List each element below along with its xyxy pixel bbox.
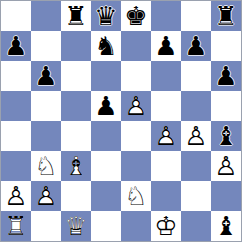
square-h5[interactable] [211, 91, 241, 121]
black-pawn[interactable]: ♟ [211, 61, 241, 91]
square-b5[interactable] [31, 91, 61, 121]
square-e6[interactable] [121, 61, 151, 91]
white-king-outline: ♔ [151, 211, 181, 241]
square-b3[interactable]: ♞♘ [31, 151, 61, 181]
square-h4[interactable]: ♝ [211, 121, 241, 151]
square-b7[interactable] [31, 31, 61, 61]
square-f5[interactable] [151, 91, 181, 121]
white-pawn[interactable]: ♟♙ [211, 151, 241, 181]
square-c3[interactable]: ♝♗ [61, 151, 91, 181]
square-a6[interactable] [1, 61, 31, 91]
square-e8[interactable]: ♚ [121, 1, 151, 31]
white-pawn-outline: ♙ [31, 181, 61, 211]
square-a3[interactable] [1, 151, 31, 181]
square-h1[interactable]: ♝ [211, 211, 241, 241]
square-a8[interactable] [1, 1, 31, 31]
white-rook-outline: ♖ [1, 211, 31, 241]
square-f3[interactable] [151, 151, 181, 181]
black-pawn[interactable]: ♟ [151, 31, 181, 61]
square-a4[interactable] [1, 121, 31, 151]
square-f2[interactable] [151, 181, 181, 211]
black-pawn-glyph: ♟ [211, 61, 241, 91]
black-king-glyph: ♚ [121, 1, 151, 31]
black-rook-glyph: ♜ [211, 1, 241, 31]
white-knight-outline: ♘ [121, 181, 151, 211]
square-f6[interactable] [151, 61, 181, 91]
square-d4[interactable] [91, 121, 121, 151]
black-pawn[interactable]: ♟ [91, 91, 121, 121]
black-rook[interactable]: ♜ [211, 1, 241, 31]
square-d1[interactable] [91, 211, 121, 241]
square-f8[interactable] [151, 1, 181, 31]
white-knight[interactable]: ♞♘ [31, 151, 61, 181]
square-d6[interactable] [91, 61, 121, 91]
square-b2[interactable]: ♟♙ [31, 181, 61, 211]
square-h8[interactable]: ♜ [211, 1, 241, 31]
square-b1[interactable] [31, 211, 61, 241]
square-g5[interactable] [181, 91, 211, 121]
square-g6[interactable] [181, 61, 211, 91]
square-g1[interactable] [181, 211, 211, 241]
black-rook-glyph: ♜ [61, 1, 91, 31]
black-pawn-glyph: ♟ [151, 31, 181, 61]
square-h6[interactable]: ♟ [211, 61, 241, 91]
square-g2[interactable] [181, 181, 211, 211]
white-pawn[interactable]: ♟♙ [121, 91, 151, 121]
white-queen-outline: ♕ [61, 211, 91, 241]
square-d7[interactable]: ♞ [91, 31, 121, 61]
black-pawn[interactable]: ♟ [1, 31, 31, 61]
square-c8[interactable]: ♜ [61, 1, 91, 31]
square-e3[interactable] [121, 151, 151, 181]
white-pawn[interactable]: ♟♙ [31, 181, 61, 211]
square-d3[interactable] [91, 151, 121, 181]
square-d8[interactable]: ♛ [91, 1, 121, 31]
white-pawn[interactable]: ♟♙ [151, 121, 181, 151]
square-c5[interactable] [61, 91, 91, 121]
square-h3[interactable]: ♟♙ [211, 151, 241, 181]
black-pawn-glyph: ♟ [31, 61, 61, 91]
black-bishop[interactable]: ♝ [211, 121, 241, 151]
white-pawn[interactable]: ♟♙ [1, 181, 31, 211]
white-pawn-outline: ♙ [211, 151, 241, 181]
white-pawn-outline: ♙ [1, 181, 31, 211]
black-pawn-glyph: ♟ [181, 31, 211, 61]
black-pawn[interactable]: ♟ [31, 61, 61, 91]
square-g4[interactable]: ♟♙ [181, 121, 211, 151]
square-f1[interactable]: ♚♔ [151, 211, 181, 241]
square-b8[interactable] [31, 1, 61, 31]
white-pawn-outline: ♙ [181, 121, 211, 151]
square-g3[interactable] [181, 151, 211, 181]
black-bishop[interactable]: ♝ [211, 211, 241, 241]
white-pawn-outline: ♙ [121, 91, 151, 121]
white-pawn-outline: ♙ [151, 121, 181, 151]
black-bishop-glyph: ♝ [211, 211, 241, 241]
square-c7[interactable] [61, 31, 91, 61]
square-h7[interactable] [211, 31, 241, 61]
square-a5[interactable] [1, 91, 31, 121]
square-c4[interactable] [61, 121, 91, 151]
square-e7[interactable] [121, 31, 151, 61]
white-knight-outline: ♘ [31, 151, 61, 181]
white-bishop-outline: ♗ [61, 151, 91, 181]
square-d5[interactable]: ♟ [91, 91, 121, 121]
black-queen[interactable]: ♛ [91, 1, 121, 31]
white-knight[interactable]: ♞♘ [121, 181, 151, 211]
square-h2[interactable] [211, 181, 241, 211]
square-a7[interactable]: ♟ [1, 31, 31, 61]
square-g8[interactable] [181, 1, 211, 31]
black-knight[interactable]: ♞ [91, 31, 121, 61]
black-rook[interactable]: ♜ [61, 1, 91, 31]
white-pawn[interactable]: ♟♙ [181, 121, 211, 151]
square-f7[interactable]: ♟ [151, 31, 181, 61]
black-pawn[interactable]: ♟ [181, 31, 211, 61]
square-c6[interactable] [61, 61, 91, 91]
white-king[interactable]: ♚♔ [151, 211, 181, 241]
square-c2[interactable] [61, 181, 91, 211]
black-pawn-glyph: ♟ [1, 31, 31, 61]
square-e2[interactable]: ♞♘ [121, 181, 151, 211]
white-bishop[interactable]: ♝♗ [61, 151, 91, 181]
chess-board: ♜♛♚♜♟♞♟♟♟♟♟♟♙♟♙♟♙♝♞♘♝♗♟♙♟♙♟♙♞♘♜♖♛♕♚♔♝ [0, 0, 242, 242]
square-d2[interactable] [91, 181, 121, 211]
black-queen-glyph: ♛ [91, 1, 121, 31]
square-a2[interactable]: ♟♙ [1, 181, 31, 211]
square-a1[interactable]: ♜♖ [1, 211, 31, 241]
square-e4[interactable] [121, 121, 151, 151]
square-b6[interactable]: ♟ [31, 61, 61, 91]
black-knight-glyph: ♞ [91, 31, 121, 61]
square-e1[interactable] [121, 211, 151, 241]
black-pawn-glyph: ♟ [91, 91, 121, 121]
black-bishop-glyph: ♝ [211, 121, 241, 151]
white-queen[interactable]: ♛♕ [61, 211, 91, 241]
square-c1[interactable]: ♛♕ [61, 211, 91, 241]
square-f4[interactable]: ♟♙ [151, 121, 181, 151]
square-b4[interactable] [31, 121, 61, 151]
black-king[interactable]: ♚ [121, 1, 151, 31]
white-rook[interactable]: ♜♖ [1, 211, 31, 241]
square-e5[interactable]: ♟♙ [121, 91, 151, 121]
square-g7[interactable]: ♟ [181, 31, 211, 61]
